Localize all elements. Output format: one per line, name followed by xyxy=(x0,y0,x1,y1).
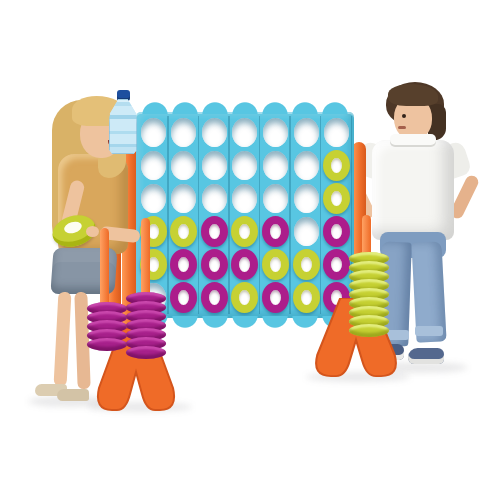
cell-r1-c7[interactable] xyxy=(321,116,352,149)
empty-hole xyxy=(202,184,227,213)
cell-r5-c5[interactable] xyxy=(260,248,291,281)
cell-r6-c2[interactable] xyxy=(169,281,200,314)
empty-hole xyxy=(324,118,349,147)
product-photo-scene xyxy=(0,0,498,498)
water-bottle xyxy=(108,90,138,154)
empty-hole xyxy=(294,151,319,180)
cell-r4-c7[interactable] xyxy=(321,215,352,248)
spare-stack-yellow[interactable] xyxy=(347,252,391,337)
cell-r5-c6[interactable] xyxy=(291,248,322,281)
cell-r6-c4[interactable] xyxy=(230,281,261,314)
cell-r3-c2[interactable] xyxy=(169,182,200,215)
empty-hole xyxy=(232,151,257,180)
magenta-disc xyxy=(201,249,228,280)
magenta-disc xyxy=(201,282,228,313)
cell-r3-c4[interactable] xyxy=(230,182,261,215)
girl-leg-left xyxy=(54,292,72,387)
cell-r1-c4[interactable] xyxy=(230,116,261,149)
cell-r1-c2[interactable] xyxy=(169,116,200,149)
cell-r1-c3[interactable] xyxy=(199,116,230,149)
cell-r2-c6[interactable] xyxy=(291,149,322,182)
magenta-spare-disc xyxy=(126,346,166,359)
magenta-spare-disc xyxy=(87,338,127,351)
yellow-disc xyxy=(262,249,289,280)
empty-hole xyxy=(171,118,196,147)
magenta-disc xyxy=(201,216,228,247)
cell-r2-c4[interactable] xyxy=(230,149,261,182)
empty-hole xyxy=(263,184,288,213)
spare-stack-magenta-large[interactable] xyxy=(124,292,168,359)
magenta-disc xyxy=(170,282,197,313)
cell-r3-c5[interactable] xyxy=(260,182,291,215)
cell-r4-c3[interactable] xyxy=(199,215,230,248)
magenta-disc xyxy=(231,249,258,280)
boy-fringe xyxy=(388,84,438,106)
yellow-disc xyxy=(231,216,258,247)
cell-r3-c7[interactable] xyxy=(321,182,352,215)
empty-hole xyxy=(232,118,257,147)
cell-r1-c6[interactable] xyxy=(291,116,322,149)
boy-jeans-cuff xyxy=(415,326,443,336)
cell-r2-c5[interactable] xyxy=(260,149,291,182)
connect-four-board xyxy=(136,112,354,318)
cell-r3-c6[interactable] xyxy=(291,182,322,215)
board-grid xyxy=(138,116,352,314)
empty-hole xyxy=(263,118,288,147)
cell-r2-c2[interactable] xyxy=(169,149,200,182)
spare-rod-left-back xyxy=(141,218,150,298)
empty-hole xyxy=(294,118,319,147)
boy-mouth xyxy=(398,126,406,129)
magenta-disc xyxy=(170,249,197,280)
yellow-disc xyxy=(323,183,350,214)
girl-hand xyxy=(86,226,99,237)
boy-sneaker-right xyxy=(408,348,444,364)
cell-r4-c4[interactable] xyxy=(230,215,261,248)
yellow-disc xyxy=(323,150,350,181)
girl-shoe-right xyxy=(57,389,89,401)
empty-hole xyxy=(171,184,196,213)
spare-stack-magenta-small[interactable] xyxy=(85,302,129,351)
bottle-body xyxy=(109,99,137,154)
yellow-disc xyxy=(231,282,258,313)
cell-r6-c5[interactable] xyxy=(260,281,291,314)
cell-r4-c2[interactable] xyxy=(169,215,200,248)
cell-r6-c3[interactable] xyxy=(199,281,230,314)
cell-r2-c7[interactable] xyxy=(321,149,352,182)
yellow-disc xyxy=(293,249,320,280)
cell-r3-c3[interactable] xyxy=(199,182,230,215)
spare-rod-left-front xyxy=(100,228,109,310)
boy-polo-shirt xyxy=(372,140,454,240)
magenta-disc xyxy=(262,216,289,247)
cell-r5-c2[interactable] xyxy=(169,248,200,281)
cell-r5-c4[interactable] xyxy=(230,248,261,281)
empty-hole xyxy=(294,217,319,246)
empty-hole xyxy=(202,151,227,180)
empty-hole xyxy=(263,151,288,180)
empty-hole xyxy=(202,118,227,147)
cell-r1-c5[interactable] xyxy=(260,116,291,149)
magenta-disc xyxy=(262,282,289,313)
magenta-disc xyxy=(323,216,350,247)
empty-hole xyxy=(294,184,319,213)
yellow-disc xyxy=(170,216,197,247)
cell-r2-c3[interactable] xyxy=(199,149,230,182)
boy-collar xyxy=(390,134,436,147)
cell-r5-c3[interactable] xyxy=(199,248,230,281)
cell-r4-c6[interactable] xyxy=(291,215,322,248)
empty-hole xyxy=(171,151,196,180)
yellow-spare-disc xyxy=(349,324,389,337)
empty-hole xyxy=(232,184,257,213)
boy-eye xyxy=(402,114,406,118)
cell-r4-c5[interactable] xyxy=(260,215,291,248)
